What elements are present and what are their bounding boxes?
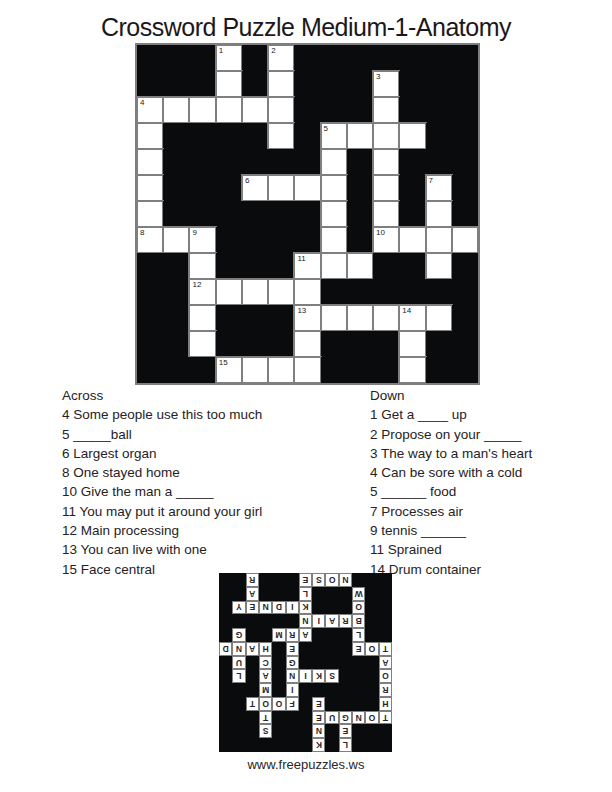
white-cell-r5c6[interactable] xyxy=(294,175,320,201)
white-cell-r10c9: N xyxy=(259,601,272,615)
black-cell-r4c6 xyxy=(294,149,320,175)
black-cell-r11c1 xyxy=(163,331,189,357)
answer-letter: B xyxy=(353,615,364,627)
black-cell-r9c12 xyxy=(219,614,232,628)
white-cell-r5c7: N xyxy=(286,669,299,683)
white-cell-r3c5: E xyxy=(312,697,325,711)
answer-letter: T xyxy=(380,643,391,655)
black-cell-r6c3 xyxy=(339,656,352,670)
answer-letter: T xyxy=(247,698,258,710)
answer-letter: G xyxy=(233,629,244,641)
across-clue-10: 10 Give the man a _____ xyxy=(62,482,362,501)
page-title: Crossword Puzzle Medium-1-Anatomy xyxy=(0,13,612,42)
answer-letter: M xyxy=(260,684,271,696)
white-cell-r6c0[interactable] xyxy=(137,201,163,227)
black-cell-r0c8 xyxy=(347,45,373,71)
white-cell-r3c7: F xyxy=(286,697,299,711)
black-cell-r4c4 xyxy=(325,683,338,697)
answer-letter: R xyxy=(380,684,391,696)
white-cell-r3c10: T xyxy=(246,697,259,711)
black-cell-r4c2 xyxy=(189,149,215,175)
clue-number-5: 5 xyxy=(324,124,328,133)
white-cell-r12c6: E xyxy=(299,573,312,587)
black-cell-r12c1 xyxy=(365,573,378,587)
white-cell-r1c5: N xyxy=(312,724,325,738)
black-cell-r1c8 xyxy=(272,724,285,738)
black-cell-r1c7 xyxy=(286,724,299,738)
white-cell-r2c2: N xyxy=(352,711,365,725)
black-cell-r9c1 xyxy=(163,279,189,305)
black-cell-r3c4 xyxy=(325,697,338,711)
black-cell-r4c11 xyxy=(426,149,452,175)
black-cell-r2c7 xyxy=(286,711,299,725)
white-cell-r9c2: B xyxy=(352,614,365,628)
white-cell-r6c9: C xyxy=(259,656,272,670)
answer-letter: U xyxy=(233,657,244,669)
black-cell-r6c5 xyxy=(268,201,294,227)
white-cell-r3c9[interactable] xyxy=(373,123,399,149)
black-cell-r3c11 xyxy=(232,697,245,711)
white-cell-r9c4[interactable] xyxy=(242,279,268,305)
black-cell-r7c3 xyxy=(339,642,352,656)
white-cell-r4c7[interactable] xyxy=(321,149,347,175)
black-cell-r11c11 xyxy=(232,587,245,601)
black-cell-r5c8 xyxy=(347,175,373,201)
answer-letter: K xyxy=(313,739,324,751)
white-cell-r9c6: N xyxy=(299,614,312,628)
white-cell-r7c2: E xyxy=(352,642,365,656)
white-cell-r7c12[interactable] xyxy=(452,227,478,253)
white-cell-r5c7[interactable] xyxy=(321,175,347,201)
white-cell-r11c10[interactable] xyxy=(399,331,425,357)
answer-letter: H xyxy=(260,643,271,655)
clue-number-2: 2 xyxy=(271,46,275,55)
black-cell-r8c5 xyxy=(312,628,325,642)
black-cell-r9c11 xyxy=(232,614,245,628)
answer-letter: W xyxy=(353,588,364,600)
white-cell-r9c4: A xyxy=(325,614,338,628)
black-cell-r2c7 xyxy=(321,97,347,123)
white-cell-r1c9: S xyxy=(259,724,272,738)
answer-letter: N xyxy=(287,670,298,682)
answer-letter: E xyxy=(287,643,298,655)
white-cell-r8c7: R xyxy=(286,628,299,642)
white-cell-r1c9[interactable]: 3 xyxy=(373,71,399,97)
white-cell-r8c11[interactable] xyxy=(426,253,452,279)
white-cell-r7c9[interactable]: 10 xyxy=(373,227,399,253)
white-cell-r5c4[interactable]: 6 xyxy=(242,175,268,201)
black-cell-r10c0 xyxy=(137,305,163,331)
answer-letter: O xyxy=(326,574,337,586)
black-cell-r6c12 xyxy=(452,201,478,227)
white-cell-r2c5[interactable] xyxy=(268,97,294,123)
white-cell-r4c9[interactable] xyxy=(373,149,399,175)
black-cell-r4c5 xyxy=(268,149,294,175)
white-cell-r12c4[interactable] xyxy=(242,357,268,383)
white-cell-r12c3[interactable]: 15 xyxy=(216,357,242,383)
white-cell-r12c10: R xyxy=(246,573,259,587)
black-cell-r2c8 xyxy=(347,97,373,123)
black-cell-r1c10 xyxy=(246,724,259,738)
white-cell-r2c1[interactable] xyxy=(163,97,189,123)
black-cell-r11c0 xyxy=(137,331,163,357)
black-cell-r10c1 xyxy=(365,601,378,615)
white-cell-r5c0[interactable] xyxy=(137,175,163,201)
black-cell-r1c1 xyxy=(163,71,189,97)
white-cell-r0c5[interactable]: 2 xyxy=(268,45,294,71)
black-cell-r8c12 xyxy=(452,253,478,279)
white-cell-r7c9: H xyxy=(259,642,272,656)
white-cell-r8c7[interactable] xyxy=(321,253,347,279)
black-cell-r6c8 xyxy=(272,656,285,670)
black-cell-r12c7 xyxy=(286,573,299,587)
answer-letter: A xyxy=(326,615,337,627)
white-cell-r7c12: D xyxy=(219,642,232,656)
answer-letter: A xyxy=(260,670,271,682)
black-cell-r11c1 xyxy=(365,587,378,601)
black-cell-r6c2 xyxy=(352,656,365,670)
black-cell-r0c1 xyxy=(163,45,189,71)
black-cell-r5c1 xyxy=(365,669,378,683)
black-cell-r12c12 xyxy=(219,573,232,587)
white-cell-r8c2[interactable] xyxy=(189,253,215,279)
black-cell-r0c7 xyxy=(321,45,347,71)
across-clue-13: 13 You can live with one xyxy=(62,540,362,559)
black-cell-r4c1 xyxy=(163,149,189,175)
clue-number-11: 11 xyxy=(297,254,305,263)
black-cell-r1c2 xyxy=(352,724,365,738)
answer-letter: N xyxy=(313,725,324,737)
white-cell-r7c1: O xyxy=(365,642,378,656)
white-cell-r9c5[interactable] xyxy=(268,279,294,305)
black-cell-r2c11 xyxy=(232,711,245,725)
answer-letter: O xyxy=(366,712,377,724)
black-cell-r1c12 xyxy=(452,71,478,97)
answer-letter: A xyxy=(300,629,311,641)
black-cell-r4c10 xyxy=(399,149,425,175)
black-cell-r6c5 xyxy=(312,656,325,670)
black-cell-r10c12 xyxy=(219,601,232,615)
white-cell-r5c9[interactable] xyxy=(373,175,399,201)
white-cell-r0c5: K xyxy=(312,738,325,752)
black-cell-r7c6 xyxy=(294,227,320,253)
white-cell-r6c11[interactable] xyxy=(426,201,452,227)
black-cell-r8c9 xyxy=(373,253,399,279)
white-cell-r5c9: A xyxy=(259,669,272,683)
black-cell-r3c3 xyxy=(339,697,352,711)
answer-letter: L xyxy=(300,588,311,600)
black-cell-r0c0 xyxy=(379,738,392,752)
clue-number-3: 3 xyxy=(376,72,380,81)
black-cell-r11c8 xyxy=(272,587,285,601)
black-cell-r11c4 xyxy=(325,587,338,601)
black-cell-r6c1 xyxy=(163,201,189,227)
black-cell-r7c8 xyxy=(347,227,373,253)
black-cell-r12c2 xyxy=(189,357,215,383)
answer-letter: K xyxy=(300,602,311,614)
black-cell-r0c2 xyxy=(189,45,215,71)
black-cell-r8c4 xyxy=(325,628,338,642)
white-cell-r7c0[interactable]: 8 xyxy=(137,227,163,253)
across-clue-4: 4 Some people use this too much xyxy=(62,405,362,424)
white-cell-r10c6[interactable]: 13 xyxy=(294,305,320,331)
answer-letter: O xyxy=(353,602,364,614)
black-cell-r11c3 xyxy=(216,331,242,357)
white-cell-r7c1[interactable] xyxy=(163,227,189,253)
white-cell-r10c10: E xyxy=(246,601,259,615)
white-cell-r2c1: O xyxy=(365,711,378,725)
black-cell-r8c12 xyxy=(219,628,232,642)
black-cell-r5c1 xyxy=(163,175,189,201)
white-cell-r1c3[interactable] xyxy=(216,71,242,97)
white-cell-r7c7[interactable] xyxy=(321,227,347,253)
black-cell-r12c8 xyxy=(347,357,373,383)
white-cell-r10c2[interactable] xyxy=(189,305,215,331)
black-cell-r4c1 xyxy=(365,683,378,697)
across-clue-8: 8 One stayed home xyxy=(62,463,362,482)
white-cell-r8c8[interactable] xyxy=(347,253,373,279)
white-cell-r7c2[interactable]: 9 xyxy=(189,227,215,253)
white-cell-r3c5[interactable] xyxy=(268,123,294,149)
black-cell-r3c6 xyxy=(294,123,320,149)
black-cell-r3c4 xyxy=(242,123,268,149)
white-cell-r11c6[interactable] xyxy=(294,331,320,357)
black-cell-r0c1 xyxy=(365,738,378,752)
black-cell-r5c12 xyxy=(452,175,478,201)
white-cell-r10c7: I xyxy=(286,601,299,615)
black-cell-r12c0 xyxy=(379,573,392,587)
black-cell-r11c11 xyxy=(426,331,452,357)
black-cell-r8c10 xyxy=(399,253,425,279)
white-cell-r10c10[interactable]: 14 xyxy=(399,305,425,331)
answer-letter: E xyxy=(313,712,324,724)
black-cell-r2c12 xyxy=(219,711,232,725)
black-cell-r3c2 xyxy=(189,123,215,149)
black-cell-r7c6 xyxy=(299,642,312,656)
down-clue-11: 11 Sprained xyxy=(370,540,605,559)
white-cell-r3c7[interactable]: 5 xyxy=(321,123,347,149)
black-cell-r2c10 xyxy=(246,711,259,725)
white-cell-r4c9: M xyxy=(259,683,272,697)
black-cell-r11c5 xyxy=(312,587,325,601)
white-cell-r10c7[interactable] xyxy=(321,305,347,331)
clue-number-8: 8 xyxy=(140,228,144,237)
answer-letter: N xyxy=(233,643,244,655)
white-cell-r7c10: A xyxy=(246,642,259,656)
black-cell-r1c0 xyxy=(137,71,163,97)
down-section: Down 1 Get a ____ up2 Propose on your __… xyxy=(370,386,605,579)
black-cell-r12c7 xyxy=(321,357,347,383)
answer-letter: Y xyxy=(233,602,244,614)
black-cell-r5c3 xyxy=(339,669,352,683)
white-cell-r11c2: W xyxy=(352,587,365,601)
black-cell-r7c8 xyxy=(272,642,285,656)
white-cell-r8c6: A xyxy=(299,628,312,642)
black-cell-r9c10 xyxy=(246,614,259,628)
answer-letter: A xyxy=(247,588,258,600)
white-cell-r3c9: O xyxy=(259,697,272,711)
black-cell-r6c3 xyxy=(216,201,242,227)
white-cell-r10c8[interactable] xyxy=(347,305,373,331)
white-cell-r12c10[interactable] xyxy=(399,357,425,383)
black-cell-r4c4 xyxy=(242,149,268,175)
white-cell-r6c7: G xyxy=(286,656,299,670)
down-clue-3: 3 The way to a man's heart xyxy=(370,444,605,463)
white-cell-r2c9: T xyxy=(259,711,272,725)
black-cell-r1c6 xyxy=(294,71,320,97)
black-cell-r1c1 xyxy=(365,724,378,738)
black-cell-r1c12 xyxy=(219,724,232,738)
answer-letter: N xyxy=(353,712,364,724)
black-cell-r8c10 xyxy=(246,628,259,642)
black-cell-r8c0 xyxy=(137,253,163,279)
black-cell-r0c11 xyxy=(426,45,452,71)
answer-letter: S xyxy=(313,574,324,586)
white-cell-r4c7: I xyxy=(286,683,299,697)
answer-letter: C xyxy=(260,657,271,669)
white-cell-r8c8: M xyxy=(272,628,285,642)
black-cell-r12c0 xyxy=(137,357,163,383)
white-cell-r10c6: K xyxy=(299,601,312,615)
black-cell-r9c10 xyxy=(399,279,425,305)
black-cell-r6c6 xyxy=(294,201,320,227)
black-cell-r9c7 xyxy=(321,279,347,305)
white-cell-r4c0[interactable] xyxy=(137,149,163,175)
black-cell-r1c8 xyxy=(347,71,373,97)
black-cell-r0c12 xyxy=(452,45,478,71)
clue-number-13: 13 xyxy=(297,306,306,315)
black-cell-r3c1 xyxy=(365,697,378,711)
black-cell-r5c3 xyxy=(216,175,242,201)
answer-letter: O xyxy=(366,643,377,655)
answer-letter: N xyxy=(340,574,351,586)
black-cell-r11c8 xyxy=(347,331,373,357)
white-cell-r12c6[interactable] xyxy=(294,357,320,383)
black-cell-r3c12 xyxy=(219,697,232,711)
answer-letter: L xyxy=(340,739,351,751)
white-cell-r0c3[interactable]: 1 xyxy=(216,45,242,71)
answer-letter: A xyxy=(247,643,258,655)
white-cell-r2c4[interactable] xyxy=(242,97,268,123)
white-cell-r9c2[interactable]: 12 xyxy=(189,279,215,305)
clue-number-7: 7 xyxy=(429,176,433,185)
white-cell-r10c9[interactable] xyxy=(373,305,399,331)
white-cell-r10c11: Y xyxy=(232,601,245,615)
white-cell-r2c9[interactable] xyxy=(373,97,399,123)
black-cell-r9c1 xyxy=(365,614,378,628)
white-cell-r5c6: I xyxy=(299,669,312,683)
black-cell-r4c8 xyxy=(347,149,373,175)
white-cell-r9c3[interactable] xyxy=(216,279,242,305)
black-cell-r3c1 xyxy=(163,123,189,149)
white-cell-r2c2[interactable] xyxy=(189,97,215,123)
black-cell-r8c1 xyxy=(163,253,189,279)
white-cell-r7c0: T xyxy=(379,642,392,656)
clue-number-14: 14 xyxy=(402,306,411,315)
white-cell-r5c11[interactable]: 7 xyxy=(426,175,452,201)
black-cell-r0c6 xyxy=(294,45,320,71)
black-cell-r11c9 xyxy=(373,331,399,357)
down-header: Down xyxy=(370,386,605,405)
white-cell-r7c11[interactable] xyxy=(426,227,452,253)
black-cell-r6c1 xyxy=(365,656,378,670)
white-cell-r1c3: E xyxy=(339,724,352,738)
white-cell-r6c9[interactable] xyxy=(373,201,399,227)
main-grid: 123456789101112131415 xyxy=(135,43,480,385)
white-cell-r10c11[interactable] xyxy=(426,305,452,331)
white-cell-r3c8[interactable] xyxy=(347,123,373,149)
black-cell-r0c4 xyxy=(242,45,268,71)
black-cell-r11c3 xyxy=(339,587,352,601)
answer-letter: H xyxy=(380,698,391,710)
white-cell-r12c5[interactable] xyxy=(268,357,294,383)
down-clue-7: 7 Processes air xyxy=(370,502,605,521)
black-cell-r0c8 xyxy=(272,738,285,752)
black-cell-r11c7 xyxy=(321,331,347,357)
white-cell-r11c2[interactable] xyxy=(189,331,215,357)
answer-letter: N xyxy=(260,602,271,614)
white-cell-r1c5[interactable] xyxy=(268,71,294,97)
black-cell-r5c12 xyxy=(219,669,232,683)
answer-letter: F xyxy=(287,698,298,710)
black-cell-r9c8 xyxy=(272,614,285,628)
black-cell-r7c5 xyxy=(312,642,325,656)
white-cell-r12c3: N xyxy=(339,573,352,587)
black-cell-r12c9 xyxy=(373,357,399,383)
white-cell-r5c5[interactable] xyxy=(268,175,294,201)
white-cell-r3c8: O xyxy=(272,697,285,711)
white-cell-r8c6[interactable]: 11 xyxy=(294,253,320,279)
black-cell-r10c5 xyxy=(268,305,294,331)
white-cell-r2c3[interactable] xyxy=(216,97,242,123)
white-cell-r6c11: U xyxy=(232,656,245,670)
black-cell-r6c8 xyxy=(347,201,373,227)
black-cell-r6c12 xyxy=(219,656,232,670)
white-cell-r6c7[interactable] xyxy=(321,201,347,227)
white-cell-r2c0[interactable]: 4 xyxy=(137,97,163,123)
answer-letter: M xyxy=(273,629,284,641)
black-cell-r6c2 xyxy=(189,201,215,227)
answer-letter: I xyxy=(287,602,298,614)
black-cell-r10c3 xyxy=(339,601,352,615)
clue-number-9: 9 xyxy=(192,228,196,237)
black-cell-r9c0 xyxy=(379,614,392,628)
white-cell-r7c10[interactable] xyxy=(399,227,425,253)
answer-letter: L xyxy=(233,670,244,682)
black-cell-r11c12 xyxy=(452,331,478,357)
white-cell-r3c10[interactable] xyxy=(399,123,425,149)
white-cell-r5c0: O xyxy=(379,669,392,683)
answer-letter: O xyxy=(260,698,271,710)
white-cell-r3c0[interactable] xyxy=(137,123,163,149)
black-cell-r0c12 xyxy=(219,738,232,752)
white-cell-r2c0: T xyxy=(379,711,392,725)
black-cell-r10c12 xyxy=(452,305,478,331)
black-cell-r3c3 xyxy=(216,123,242,149)
answer-letter: O xyxy=(273,698,284,710)
black-cell-r0c10 xyxy=(399,45,425,71)
across-clue-5: 5 _____ball xyxy=(62,425,362,444)
white-cell-r9c5: I xyxy=(312,614,325,628)
white-cell-r5c11: L xyxy=(232,669,245,683)
black-cell-r4c12 xyxy=(219,683,232,697)
black-cell-r2c8 xyxy=(272,711,285,725)
black-cell-r12c1 xyxy=(163,357,189,383)
white-cell-r9c6[interactable] xyxy=(294,279,320,305)
black-cell-r0c2 xyxy=(352,738,365,752)
black-cell-r5c10 xyxy=(246,669,259,683)
answer-letter: I xyxy=(300,670,311,682)
